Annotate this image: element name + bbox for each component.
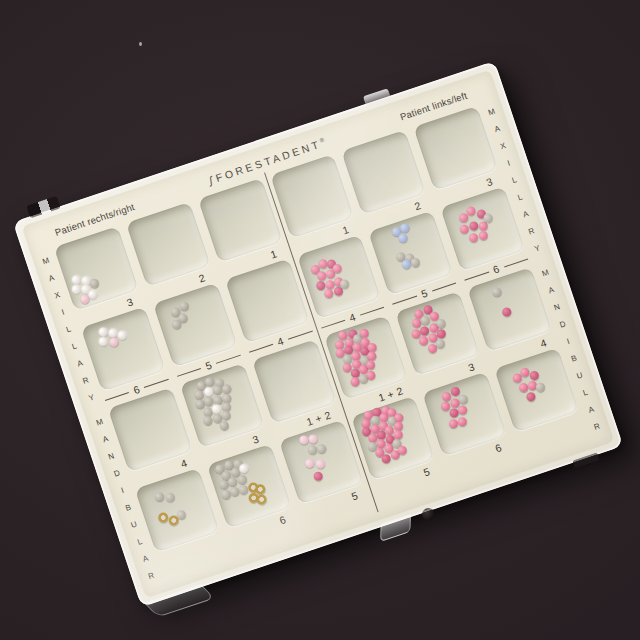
side-letter: N [551,298,562,317]
bead-pink [457,416,468,427]
side-letter: L [135,533,145,551]
side-letter: X [498,137,509,156]
side-letter: M [40,252,52,271]
bead-silver [179,300,190,311]
bead-silver [154,491,165,502]
bead-palepink [304,457,315,468]
bead-silver [165,491,176,502]
arch-divider-tick [537,260,546,263]
bead-palepink [314,458,325,469]
side-letter: Y [532,240,543,259]
arch-divider-tick [91,409,100,412]
side-letter: A [586,401,597,420]
side-letter: A [140,550,151,569]
dust-speck [139,42,142,46]
bead-rose [525,391,536,402]
side-letter: I [505,155,513,173]
organizer-box: Patient rechts/right ʃFORESTADENT® Patie… [13,61,624,607]
side-letter: A [100,430,111,449]
table-background: Patient rechts/right ʃFORESTADENT® Patie… [0,0,640,640]
side-letter: N [106,447,117,466]
bead-rose [313,470,324,481]
side-letter: D [111,465,122,484]
bead-silver [316,443,327,454]
bead-rose [529,369,540,380]
bead-silver [220,410,231,421]
side-letter: L [64,321,74,339]
side-letter: A [521,205,532,224]
side-letter: U [574,367,585,386]
bead-pink [457,405,468,416]
hinge-slot [572,453,599,469]
side-letter: U [129,516,140,535]
bead-silver [307,444,318,455]
bead-silver [535,382,546,393]
registered-mark: ® [319,137,325,144]
side-letter: R [146,567,157,586]
side-letter: A [46,269,57,288]
bead-gold [255,493,268,506]
side-letter: L [581,384,591,402]
side-letter: I [565,333,573,351]
bead-opal [71,284,82,295]
side-letter: L [510,171,520,189]
bead-palepink [298,434,309,445]
side-letter: M [486,103,498,122]
side-letter: M [540,264,552,283]
side-letter: B [569,350,580,369]
bead-palepink [308,434,319,445]
side-letter: L [515,189,525,207]
side-letter: R [80,372,91,391]
side-letter: R [591,418,602,437]
bead-rose [468,221,479,232]
side-letter: Y [86,389,97,408]
bead-opal [98,336,109,347]
bead-rose [501,306,512,317]
bead-silver [218,420,229,431]
side-letter: B [123,499,134,518]
bead-silver [491,287,502,298]
side-letter: D [557,315,568,334]
side-letter: I [59,304,67,322]
bead-blue [397,233,408,244]
side-letter: A [546,281,557,300]
hinge-knob [420,507,436,523]
side-letter: R [526,222,537,241]
side-letter: I [119,482,127,500]
side-letter: M [94,413,106,432]
side-letter: L [70,338,80,356]
tray-insert: Patient rechts/right ʃFORESTADENT® Patie… [22,70,615,598]
bead-silver [410,257,421,268]
side-letter: A [75,355,86,374]
bead-opal [116,330,127,341]
side-letter: A [492,120,503,139]
side-letter: X [52,286,63,305]
bead-pink [477,230,488,241]
